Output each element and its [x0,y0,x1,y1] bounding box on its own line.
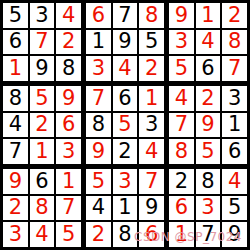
solved-digit: 5 [92,171,105,192]
solved-digit: 7 [92,88,105,109]
solved-digit: 1 [175,224,188,245]
given-digit: 3 [35,5,48,26]
solved-digit: 3 [92,58,105,79]
cell-r6c2[interactable]: 1 [30,139,55,164]
cell-r4c7[interactable]: 4 [169,86,194,111]
solved-digit: 8 [175,141,188,162]
cell-r6c5[interactable]: 2 [113,139,138,164]
cell-r3c5[interactable]: 4 [113,56,138,81]
cell-r8c4[interactable]: 4 [86,196,111,221]
given-digit: 9 [228,224,241,245]
cell-r5c7[interactable]: 7 [169,113,194,138]
solved-digit: 4 [35,224,48,245]
solved-digit: 2 [228,5,241,26]
cell-r8c3[interactable]: 7 [56,196,81,221]
given-digit: 2 [175,171,188,192]
given-digit: 1 [92,31,105,52]
solved-digit: 6 [175,197,188,218]
cell-r1c9[interactable]: 2 [222,3,247,28]
given-digit: 8 [9,88,22,109]
cell-r1c7[interactable]: 9 [169,3,194,28]
solved-digit: 4 [145,141,158,162]
given-digit: 5 [228,197,241,218]
cell-r8c2[interactable]: 8 [30,196,55,221]
cell-r1c3[interactable]: 4 [56,3,81,28]
solved-digit: 7 [35,31,48,52]
given-digit: 6 [201,58,214,79]
cell-r3c7[interactable]: 5 [169,56,194,81]
solved-digit: 5 [62,224,75,245]
solved-digit: 6 [92,5,105,26]
given-digit: 7 [118,5,131,26]
cell-r5c9[interactable]: 1 [222,113,247,138]
given-digit: 4 [9,114,22,135]
solved-digit: 9 [175,5,188,26]
solved-digit: 1 [201,5,214,26]
cell-r3c3[interactable]: 8 [56,56,81,81]
solved-digit: 4 [62,5,75,26]
sudoku-board: CSDN @SP_7024 53467891267219534819834256… [0,0,250,250]
cell-r7c7[interactable]: 2 [169,169,194,194]
solved-digit: 3 [9,224,22,245]
cell-r8c8[interactable]: 3 [196,196,221,221]
cell-r5c5[interactable]: 5 [113,113,138,138]
given-digit: 1 [118,197,131,218]
cell-r3c2[interactable]: 9 [30,56,55,81]
cell-r3c9[interactable]: 7 [222,56,247,81]
cell-r4c8[interactable]: 2 [196,86,221,111]
cell-r1c2[interactable]: 3 [30,3,55,28]
solved-digit: 7 [62,197,75,218]
cell-r5c1[interactable]: 4 [3,113,28,138]
solved-digit: 1 [9,58,22,79]
cell-r6c4[interactable]: 9 [86,139,111,164]
cell-r3c1[interactable]: 1 [3,56,28,81]
given-digit: 4 [92,197,105,218]
cell-r9c6[interactable]: 6 [139,222,164,247]
cell-r4c9[interactable]: 3 [222,86,247,111]
cell-r4c1[interactable]: 8 [3,86,28,111]
solved-digit: 9 [9,171,22,192]
cell-r8c5[interactable]: 1 [113,196,138,221]
solved-digit: 9 [62,88,75,109]
cell-r3c4[interactable]: 3 [86,56,111,81]
given-digit: 5 [145,31,158,52]
solved-digit: 5 [175,58,188,79]
cell-r8c7[interactable]: 6 [169,196,194,221]
solved-digit: 6 [62,114,75,135]
solved-digit: 8 [35,197,48,218]
cell-r7c9[interactable]: 4 [222,169,247,194]
solved-digit: 4 [228,171,241,192]
solved-digit: 8 [145,5,158,26]
solved-digit: 1 [62,171,75,192]
cell-r3c6[interactable]: 2 [139,56,164,81]
cell-r5c2[interactable]: 2 [30,113,55,138]
cell-r1c4[interactable]: 6 [86,3,111,28]
solved-digit: 8 [228,31,241,52]
cell-r5c4[interactable]: 8 [86,113,111,138]
cell-r7c3[interactable]: 1 [56,169,81,194]
solved-digit: 2 [145,58,158,79]
solved-digit: 2 [9,197,22,218]
solved-digit: 2 [62,31,75,52]
given-digit: 6 [118,88,131,109]
cell-r6c7[interactable]: 8 [169,139,194,164]
solved-digit: 5 [35,88,48,109]
solved-digit: 5 [118,114,131,135]
solved-digit: 6 [145,224,158,245]
cell-r9c1[interactable]: 3 [3,222,28,247]
cell-r2c8[interactable]: 4 [196,30,221,55]
cell-r5c6[interactable]: 3 [139,113,164,138]
cell-r9c8[interactable]: 7 [196,222,221,247]
cell-r2c3[interactable]: 2 [56,30,81,55]
given-digit: 5 [9,5,22,26]
solved-digit: 4 [201,31,214,52]
given-digit: 8 [62,58,75,79]
given-digit: 6 [35,171,48,192]
given-digit: 3 [145,114,158,135]
cell-r6c6[interactable]: 4 [139,139,164,164]
cell-r3c8[interactable]: 6 [196,56,221,81]
cell-r9c5[interactable]: 8 [113,222,138,247]
given-digit: 8 [118,224,131,245]
cell-r2c1[interactable]: 6 [3,30,28,55]
cell-r6c3[interactable]: 3 [56,139,81,164]
cell-r5c3[interactable]: 6 [56,113,81,138]
cell-r7c5[interactable]: 3 [113,169,138,194]
cell-r9c7[interactable]: 1 [169,222,194,247]
cell-r8c1[interactable]: 2 [3,196,28,221]
cell-r1c5[interactable]: 7 [113,3,138,28]
solved-digit: 2 [35,114,48,135]
cell-r5c8[interactable]: 9 [196,113,221,138]
cell-r1c6[interactable]: 8 [139,3,164,28]
cell-r7c2[interactable]: 6 [30,169,55,194]
cell-r6c9[interactable]: 6 [222,139,247,164]
given-digit: 6 [9,31,22,52]
cell-r7c4[interactable]: 5 [86,169,111,194]
cell-r4c6[interactable]: 1 [139,86,164,111]
solved-digit: 1 [145,88,158,109]
cell-r9c9[interactable]: 9 [222,222,247,247]
cell-r4c2[interactable]: 5 [30,86,55,111]
solved-digit: 4 [175,88,188,109]
cell-r8c6[interactable]: 9 [139,196,164,221]
solved-digit: 7 [228,58,241,79]
given-digit: 8 [92,114,105,135]
given-digit: 7 [201,224,214,245]
cell-r1c1[interactable]: 5 [3,3,28,28]
solved-digit: 3 [201,197,214,218]
given-digit: 9 [145,197,158,218]
cell-r2c2[interactable]: 7 [30,30,55,55]
cell-r1c8[interactable]: 1 [196,3,221,28]
solved-digit: 3 [175,31,188,52]
solved-digit: 4 [118,58,131,79]
cell-r2c9[interactable]: 8 [222,30,247,55]
given-digit: 6 [228,141,241,162]
cell-r7c8[interactable]: 8 [196,169,221,194]
cell-r9c3[interactable]: 5 [56,222,81,247]
cell-r2c7[interactable]: 3 [169,30,194,55]
solved-digit: 3 [62,141,75,162]
cell-r9c4[interactable]: 2 [86,222,111,247]
given-digit: 3 [228,88,241,109]
cell-r4c4[interactable]: 7 [86,86,111,111]
cell-r6c1[interactable]: 7 [3,139,28,164]
cell-r4c5[interactable]: 6 [113,86,138,111]
cell-r7c6[interactable]: 7 [139,169,164,194]
cell-r9c2[interactable]: 4 [30,222,55,247]
cell-r4c3[interactable]: 9 [56,86,81,111]
solved-digit: 7 [175,114,188,135]
given-digit: 7 [9,141,22,162]
given-digit: 8 [201,171,214,192]
cell-r2c5[interactable]: 9 [113,30,138,55]
solved-digit: 3 [118,171,131,192]
cell-r8c9[interactable]: 5 [222,196,247,221]
solved-digit: 9 [92,141,105,162]
solved-digit: 7 [145,171,158,192]
solved-digit: 9 [201,114,214,135]
given-digit: 9 [118,31,131,52]
given-digit: 2 [118,141,131,162]
solved-digit: 1 [35,141,48,162]
given-digit: 9 [35,58,48,79]
solved-digit: 2 [201,88,214,109]
cell-r2c6[interactable]: 5 [139,30,164,55]
solved-digit: 5 [201,141,214,162]
cell-r7c1[interactable]: 9 [3,169,28,194]
cell-r2c4[interactable]: 1 [86,30,111,55]
given-digit: 1 [228,114,241,135]
solved-digit: 2 [92,224,105,245]
cell-r6c8[interactable]: 5 [196,139,221,164]
